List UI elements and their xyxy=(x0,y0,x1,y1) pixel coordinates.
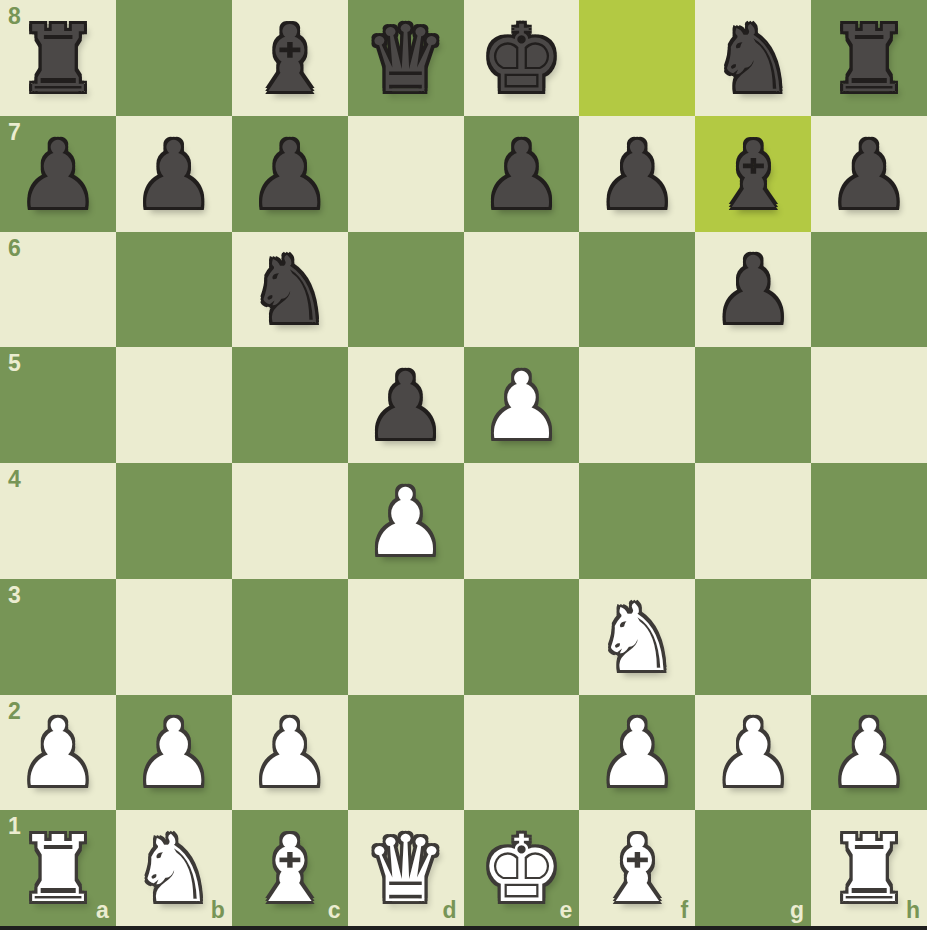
rank-label-3: 3 xyxy=(8,584,21,607)
square-c3[interactable] xyxy=(232,579,348,695)
square-f4[interactable] xyxy=(579,463,695,579)
square-b7[interactable]: ♟ xyxy=(116,116,232,232)
piece-black-king-e8[interactable]: ♚ xyxy=(480,14,562,106)
rank-label-4: 4 xyxy=(8,468,21,491)
piece-black-bishop-g7[interactable]: ♝ xyxy=(712,130,794,222)
square-e6[interactable] xyxy=(464,232,580,348)
square-d3[interactable] xyxy=(348,579,464,695)
square-g6[interactable]: ♟ xyxy=(695,232,811,348)
piece-white-pawn-b2[interactable]: ♟ xyxy=(133,708,215,800)
square-d6[interactable] xyxy=(348,232,464,348)
piece-black-pawn-b7[interactable]: ♟ xyxy=(133,130,215,222)
square-h6[interactable] xyxy=(811,232,927,348)
piece-white-pawn-d4[interactable]: ♟ xyxy=(364,477,446,569)
square-g5[interactable] xyxy=(695,347,811,463)
square-c2[interactable]: ♟ xyxy=(232,695,348,811)
square-b6[interactable] xyxy=(116,232,232,348)
square-e3[interactable] xyxy=(464,579,580,695)
square-f3[interactable]: ♞ xyxy=(579,579,695,695)
piece-black-rook-a8[interactable]: ♜ xyxy=(17,14,99,106)
piece-black-rook-h8[interactable]: ♜ xyxy=(828,14,910,106)
piece-white-bishop-f1[interactable]: ♝ xyxy=(596,824,678,916)
square-e7[interactable]: ♟ xyxy=(464,116,580,232)
piece-black-pawn-c7[interactable]: ♟ xyxy=(248,130,330,222)
piece-white-bishop-c1[interactable]: ♝ xyxy=(248,824,330,916)
square-g8[interactable]: ♞ xyxy=(695,0,811,116)
square-h7[interactable]: ♟ xyxy=(811,116,927,232)
file-label-f: f xyxy=(681,899,689,922)
square-a4[interactable]: 4 xyxy=(0,463,116,579)
square-b1[interactable]: b♞ xyxy=(116,810,232,926)
piece-black-knight-c6[interactable]: ♞ xyxy=(248,245,330,337)
square-f2[interactable]: ♟ xyxy=(579,695,695,811)
square-g4[interactable] xyxy=(695,463,811,579)
piece-black-bishop-c8[interactable]: ♝ xyxy=(248,14,330,106)
piece-white-king-e1[interactable]: ♚ xyxy=(480,824,562,916)
piece-black-pawn-h7[interactable]: ♟ xyxy=(828,130,910,222)
square-a1[interactable]: 1a♜ xyxy=(0,810,116,926)
square-e4[interactable] xyxy=(464,463,580,579)
square-a2[interactable]: 2♟ xyxy=(0,695,116,811)
square-f6[interactable] xyxy=(579,232,695,348)
square-h4[interactable] xyxy=(811,463,927,579)
piece-white-pawn-g2[interactable]: ♟ xyxy=(712,708,794,800)
piece-white-pawn-c2[interactable]: ♟ xyxy=(248,708,330,800)
piece-white-pawn-e5[interactable]: ♟ xyxy=(480,361,562,453)
square-a5[interactable]: 5 xyxy=(0,347,116,463)
square-f1[interactable]: f♝ xyxy=(579,810,695,926)
piece-white-knight-b1[interactable]: ♞ xyxy=(133,824,215,916)
piece-white-rook-h1[interactable]: ♜ xyxy=(828,824,910,916)
piece-white-pawn-h2[interactable]: ♟ xyxy=(828,708,910,800)
square-h3[interactable] xyxy=(811,579,927,695)
square-f8[interactable] xyxy=(579,0,695,116)
piece-black-pawn-d5[interactable]: ♟ xyxy=(364,361,446,453)
square-c8[interactable]: ♝ xyxy=(232,0,348,116)
piece-black-pawn-g6[interactable]: ♟ xyxy=(712,245,794,337)
square-b3[interactable] xyxy=(116,579,232,695)
square-e1[interactable]: e♚ xyxy=(464,810,580,926)
square-a7[interactable]: 7♟ xyxy=(0,116,116,232)
piece-white-pawn-a2[interactable]: ♟ xyxy=(17,708,99,800)
square-d4[interactable]: ♟ xyxy=(348,463,464,579)
piece-white-queen-d1[interactable]: ♛ xyxy=(364,824,446,916)
square-c5[interactable] xyxy=(232,347,348,463)
square-e8[interactable]: ♚ xyxy=(464,0,580,116)
square-h5[interactable] xyxy=(811,347,927,463)
square-b2[interactable]: ♟ xyxy=(116,695,232,811)
square-e5[interactable]: ♟ xyxy=(464,347,580,463)
square-h2[interactable]: ♟ xyxy=(811,695,927,811)
square-h1[interactable]: h♜ xyxy=(811,810,927,926)
piece-black-pawn-e7[interactable]: ♟ xyxy=(480,130,562,222)
square-a8[interactable]: 8♜ xyxy=(0,0,116,116)
rank-label-6: 6 xyxy=(8,237,21,260)
bottom-bar xyxy=(0,926,927,930)
rank-label-5: 5 xyxy=(8,352,21,375)
square-f5[interactable] xyxy=(579,347,695,463)
square-g3[interactable] xyxy=(695,579,811,695)
square-c6[interactable]: ♞ xyxy=(232,232,348,348)
square-b5[interactable] xyxy=(116,347,232,463)
square-b8[interactable] xyxy=(116,0,232,116)
piece-black-queen-d8[interactable]: ♛ xyxy=(364,14,446,106)
square-c4[interactable] xyxy=(232,463,348,579)
square-g7[interactable]: ♝ xyxy=(695,116,811,232)
square-a3[interactable]: 3 xyxy=(0,579,116,695)
square-c7[interactable]: ♟ xyxy=(232,116,348,232)
square-h8[interactable]: ♜ xyxy=(811,0,927,116)
square-d7[interactable] xyxy=(348,116,464,232)
square-e2[interactable] xyxy=(464,695,580,811)
piece-white-rook-a1[interactable]: ♜ xyxy=(17,824,99,916)
square-f7[interactable]: ♟ xyxy=(579,116,695,232)
piece-black-pawn-a7[interactable]: ♟ xyxy=(17,130,99,222)
file-label-g: g xyxy=(790,899,804,922)
piece-white-knight-f3[interactable]: ♞ xyxy=(596,593,678,685)
chess-board: 8♜♝♛♚♞♜7♟♟♟♟♟♝♟6♞♟5♟♟4♟3♞2♟♟♟♟♟♟1a♜b♞c♝d… xyxy=(0,0,927,926)
piece-white-pawn-f2[interactable]: ♟ xyxy=(596,708,678,800)
square-g1[interactable]: g xyxy=(695,810,811,926)
square-c1[interactable]: c♝ xyxy=(232,810,348,926)
square-a6[interactable]: 6 xyxy=(0,232,116,348)
piece-black-knight-g8[interactable]: ♞ xyxy=(712,14,794,106)
square-d5[interactable]: ♟ xyxy=(348,347,464,463)
piece-black-pawn-f7[interactable]: ♟ xyxy=(596,130,678,222)
square-b4[interactable] xyxy=(116,463,232,579)
square-d1[interactable]: d♛ xyxy=(348,810,464,926)
square-d2[interactable] xyxy=(348,695,464,811)
square-d8[interactable]: ♛ xyxy=(348,0,464,116)
chess-board-container: 8♜♝♛♚♞♜7♟♟♟♟♟♝♟6♞♟5♟♟4♟3♞2♟♟♟♟♟♟1a♜b♞c♝d… xyxy=(0,0,927,930)
square-g2[interactable]: ♟ xyxy=(695,695,811,811)
